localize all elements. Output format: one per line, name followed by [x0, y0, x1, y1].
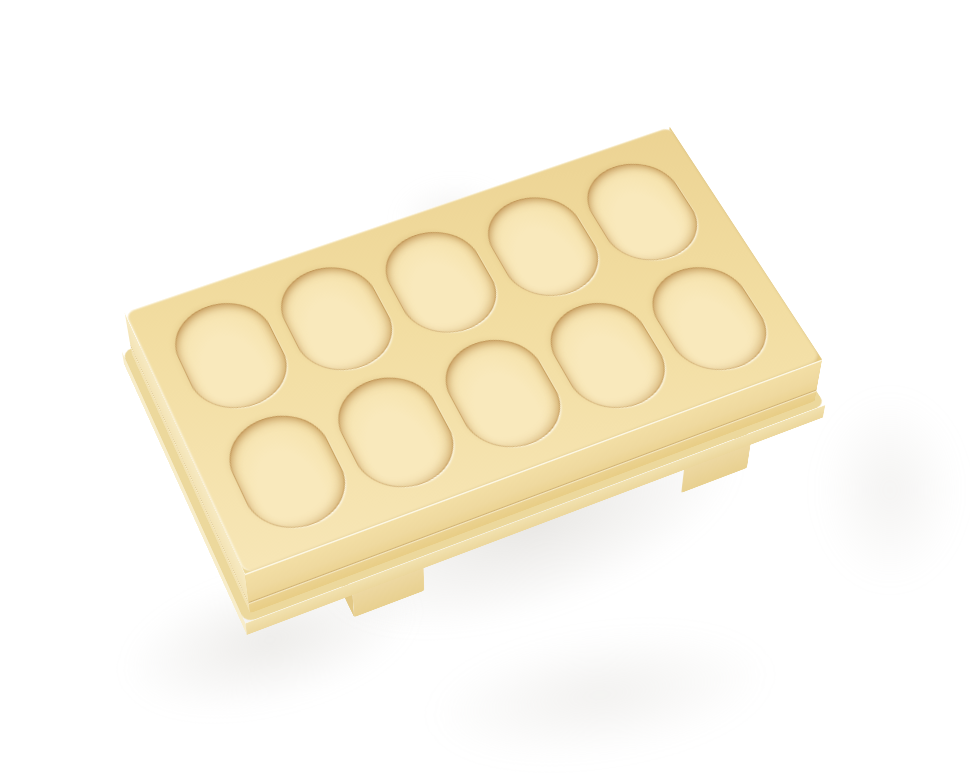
scene — [0, 0, 970, 776]
pit-r1-c1[interactable] — [161, 291, 301, 421]
mancala-board — [132, 171, 814, 614]
